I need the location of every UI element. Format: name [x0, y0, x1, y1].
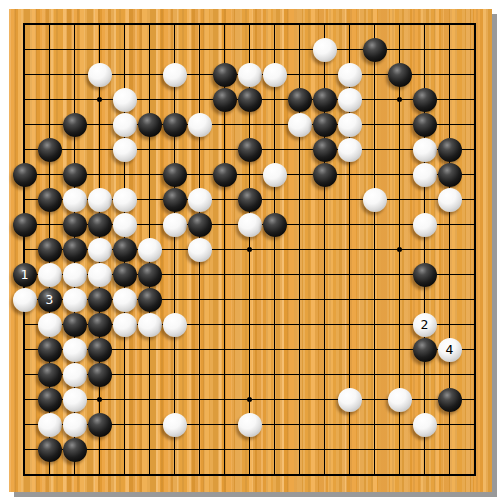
black-stone — [138, 113, 162, 137]
white-stone — [113, 113, 137, 137]
black-stone — [38, 138, 62, 162]
star-point — [397, 247, 402, 252]
black-stone — [63, 163, 87, 187]
white-stone — [113, 213, 137, 237]
white-stone — [88, 238, 112, 262]
black-stone — [313, 88, 337, 112]
black-stone — [63, 238, 87, 262]
white-stone — [63, 413, 87, 437]
white-stone — [338, 113, 362, 137]
white-stone — [388, 388, 412, 412]
black-stone — [138, 288, 162, 312]
star-point — [247, 397, 252, 402]
black-stone — [413, 263, 437, 287]
black-stone — [213, 63, 237, 87]
black-stone — [88, 213, 112, 237]
black-stone — [413, 338, 437, 362]
white-stone — [238, 413, 262, 437]
black-stone — [13, 213, 37, 237]
black-stone — [213, 88, 237, 112]
black-stone — [38, 188, 62, 212]
white-stone — [188, 238, 212, 262]
white-stone — [188, 188, 212, 212]
white-stone — [63, 263, 87, 287]
black-stone — [88, 413, 112, 437]
white-stone — [113, 138, 137, 162]
white-stone — [88, 188, 112, 212]
black-stone — [63, 213, 87, 237]
black-stone — [413, 88, 437, 112]
white-stone — [163, 63, 187, 87]
black-stone: 1 — [13, 263, 37, 287]
black-stone — [63, 313, 87, 337]
white-stone — [13, 288, 37, 312]
move-number-label: 2 — [421, 318, 429, 331]
white-stone — [163, 313, 187, 337]
star-point — [397, 97, 402, 102]
black-stone — [388, 63, 412, 87]
black-stone — [438, 138, 462, 162]
white-stone — [63, 288, 87, 312]
white-stone — [63, 388, 87, 412]
white-stone — [63, 338, 87, 362]
black-stone — [38, 238, 62, 262]
white-stone — [288, 113, 312, 137]
black-stone — [88, 288, 112, 312]
black-stone — [38, 338, 62, 362]
white-stone — [38, 413, 62, 437]
black-stone — [88, 313, 112, 337]
black-stone — [238, 188, 262, 212]
white-stone — [263, 163, 287, 187]
white-stone — [163, 213, 187, 237]
white-stone — [138, 238, 162, 262]
white-stone — [413, 138, 437, 162]
black-stone — [213, 163, 237, 187]
black-stone — [163, 113, 187, 137]
white-stone — [313, 38, 337, 62]
black-stone — [113, 263, 137, 287]
star-point — [247, 247, 252, 252]
white-stone — [238, 63, 262, 87]
white-stone — [188, 113, 212, 137]
black-stone — [38, 438, 62, 462]
go-board[interactable]: 1324 — [9, 9, 492, 492]
white-stone — [338, 388, 362, 412]
black-stone — [63, 113, 87, 137]
black-stone — [163, 163, 187, 187]
move-number-label: 4 — [446, 343, 454, 356]
move-number-label: 3 — [46, 293, 54, 306]
black-stone — [38, 388, 62, 412]
black-stone — [138, 263, 162, 287]
white-stone — [438, 188, 462, 212]
black-stone — [238, 88, 262, 112]
black-stone — [88, 363, 112, 387]
black-stone: 3 — [38, 288, 62, 312]
black-stone — [438, 163, 462, 187]
black-stone — [113, 238, 137, 262]
white-stone — [263, 63, 287, 87]
white-stone — [363, 188, 387, 212]
white-stone — [113, 88, 137, 112]
black-stone — [238, 138, 262, 162]
black-stone — [313, 113, 337, 137]
white-stone — [63, 363, 87, 387]
black-stone — [313, 138, 337, 162]
white-stone — [338, 63, 362, 87]
white-stone: 4 — [438, 338, 462, 362]
white-stone — [88, 263, 112, 287]
white-stone — [413, 163, 437, 187]
white-stone — [338, 138, 362, 162]
white-stone: 2 — [413, 313, 437, 337]
black-stone — [188, 213, 212, 237]
white-stone — [113, 288, 137, 312]
white-stone — [38, 263, 62, 287]
black-stone — [313, 163, 337, 187]
white-stone — [38, 313, 62, 337]
white-stone — [413, 213, 437, 237]
white-stone — [238, 213, 262, 237]
white-stone — [113, 313, 137, 337]
white-stone — [63, 188, 87, 212]
black-stone — [263, 213, 287, 237]
move-number-label: 1 — [21, 268, 29, 281]
white-stone — [138, 313, 162, 337]
black-stone — [413, 113, 437, 137]
black-stone — [13, 163, 37, 187]
black-stone — [438, 388, 462, 412]
white-stone — [163, 413, 187, 437]
star-point — [97, 97, 102, 102]
black-stone — [63, 438, 87, 462]
white-stone — [338, 88, 362, 112]
black-stone — [163, 188, 187, 212]
black-stone — [38, 363, 62, 387]
white-stone — [413, 413, 437, 437]
star-point — [97, 397, 102, 402]
black-stone — [288, 88, 312, 112]
white-stone — [113, 188, 137, 212]
black-stone — [363, 38, 387, 62]
black-stone — [88, 338, 112, 362]
white-stone — [88, 63, 112, 87]
